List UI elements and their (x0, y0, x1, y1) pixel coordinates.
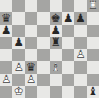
square-c6[interactable] (25, 25, 37, 37)
square-a4[interactable] (0, 49, 12, 61)
square-c1[interactable] (25, 86, 37, 98)
square-e3[interactable]: ♝♗ (50, 61, 62, 73)
black-rook-icon: ♜ (50, 37, 62, 49)
square-h3[interactable] (87, 61, 99, 73)
square-b3[interactable]: ♟♙ (12, 61, 24, 73)
piece-black-pawn[interactable]: ♟ (12, 37, 24, 49)
chess-app: ♜♖♛♚♟♟♟♟♟♜♟♙♟♙♛♝♗♟♙♟♙♚♔♝ (0, 0, 99, 98)
square-a5[interactable] (0, 37, 12, 49)
white-rook-outline-icon: ♖ (87, 0, 99, 12)
square-d7[interactable] (37, 12, 49, 24)
square-d4[interactable] (37, 49, 49, 61)
square-f3[interactable] (62, 61, 74, 73)
square-d5[interactable] (37, 37, 49, 49)
square-a6[interactable]: ♟ (0, 25, 12, 37)
piece-black-pawn[interactable]: ♟ (0, 25, 12, 37)
square-h1[interactable]: ♝ (87, 86, 99, 98)
square-h8[interactable]: ♜♖ (87, 0, 99, 12)
white-pawn-outline-icon: ♙ (25, 74, 37, 86)
black-pawn-icon: ♟ (62, 12, 74, 24)
piece-black-bishop[interactable]: ♝ (87, 86, 99, 98)
square-b8[interactable] (12, 0, 24, 12)
chess-board[interactable]: ♜♖♛♚♟♟♟♟♟♜♟♙♟♙♛♝♗♟♙♟♙♚♔♝ (0, 0, 99, 98)
square-c2[interactable]: ♟♙ (25, 74, 37, 86)
square-e2[interactable] (50, 74, 62, 86)
piece-black-pawn[interactable]: ♟ (62, 12, 74, 24)
square-g3[interactable] (74, 61, 86, 73)
square-h4[interactable] (87, 49, 99, 61)
square-h5[interactable] (87, 37, 99, 49)
black-pawn-icon: ♟ (0, 25, 12, 37)
square-d3[interactable] (37, 61, 49, 73)
square-c8[interactable] (25, 0, 37, 12)
square-f1[interactable] (62, 86, 74, 98)
white-bishop-outline-icon: ♗ (50, 61, 62, 73)
white-pawn-outline-icon: ♙ (74, 49, 86, 61)
square-f7[interactable]: ♟ (62, 12, 74, 24)
white-pawn-outline-icon: ♙ (12, 61, 24, 73)
square-b1[interactable]: ♚♔ (12, 86, 24, 98)
black-bishop-icon: ♝ (87, 86, 99, 98)
piece-black-rook[interactable]: ♜ (50, 37, 62, 49)
piece-black-pawn[interactable]: ♟ (74, 12, 86, 24)
square-c7[interactable] (25, 12, 37, 24)
square-f4[interactable] (62, 49, 74, 61)
piece-white-king[interactable]: ♚♔ (12, 86, 24, 98)
square-g7[interactable]: ♟ (74, 12, 86, 24)
black-pawn-icon: ♟ (74, 12, 86, 24)
piece-white-pawn[interactable]: ♟♙ (25, 74, 37, 86)
square-h7[interactable] (87, 12, 99, 24)
square-g4[interactable]: ♟♙ (74, 49, 86, 61)
black-pawn-icon: ♟ (12, 37, 24, 49)
square-d1[interactable] (37, 86, 49, 98)
square-e1[interactable] (50, 86, 62, 98)
square-g2[interactable] (74, 74, 86, 86)
piece-white-pawn[interactable]: ♟♙ (12, 61, 24, 73)
piece-white-pawn[interactable]: ♟♙ (74, 49, 86, 61)
white-king-outline-icon: ♔ (12, 86, 24, 98)
piece-white-bishop[interactable]: ♝♗ (50, 61, 62, 73)
square-h6[interactable] (87, 25, 99, 37)
white-pawn-outline-icon: ♙ (0, 74, 12, 86)
square-g6[interactable] (74, 25, 86, 37)
square-a1[interactable] (0, 86, 12, 98)
square-e5[interactable]: ♜ (50, 37, 62, 49)
piece-white-rook[interactable]: ♜♖ (87, 0, 99, 12)
square-d6[interactable] (37, 25, 49, 37)
square-d8[interactable] (37, 0, 49, 12)
square-g1[interactable] (74, 86, 86, 98)
square-b5[interactable]: ♟ (12, 37, 24, 49)
piece-white-pawn[interactable]: ♟♙ (0, 74, 12, 86)
square-d2[interactable] (37, 74, 49, 86)
square-f5[interactable] (62, 37, 74, 49)
square-f6[interactable] (62, 25, 74, 37)
square-f2[interactable] (62, 74, 74, 86)
square-a2[interactable]: ♟♙ (0, 74, 12, 86)
square-c5[interactable] (25, 37, 37, 49)
square-b7[interactable] (12, 12, 24, 24)
